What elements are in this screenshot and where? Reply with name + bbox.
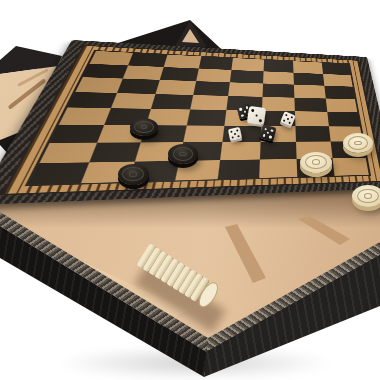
black-checker: [130, 118, 158, 136]
die-pip: [269, 136, 272, 139]
die-pip: [243, 110, 246, 113]
die-pip: [237, 135, 239, 137]
white-die: [280, 111, 296, 127]
checker-ring: [312, 159, 320, 164]
checkers-set-product-photo: { "game": "checkers", "scene": "8x8 chec…: [0, 0, 380, 380]
die-pip: [258, 118, 261, 121]
die-pip: [251, 108, 254, 111]
white-checker: [352, 185, 380, 207]
die-pip: [254, 113, 257, 116]
checker-ring: [354, 141, 361, 146]
die-pip: [240, 113, 243, 116]
die-pip: [236, 129, 238, 131]
white-checker: [300, 152, 332, 173]
black-checker: [168, 144, 198, 164]
white-die: [246, 105, 265, 124]
die-pip: [232, 136, 234, 138]
checker-ring: [364, 193, 372, 198]
die-pip: [234, 133, 236, 135]
die-pip: [262, 134, 265, 137]
white-die: [228, 127, 242, 141]
die-pip: [285, 114, 288, 117]
die-pip: [290, 116, 293, 119]
die-pip: [230, 131, 232, 133]
die-pip: [245, 106, 248, 109]
die-pip: [271, 129, 274, 132]
die-pip: [287, 118, 290, 121]
black-checker: [118, 164, 149, 185]
checker-ring: [129, 171, 136, 176]
white-checker: [343, 133, 373, 153]
die-pip: [288, 121, 291, 124]
checker-ring: [179, 152, 186, 157]
pieces-layer: [0, 0, 380, 380]
die-pip: [267, 132, 270, 135]
die-pip: [283, 119, 286, 122]
die-pip: [239, 107, 242, 110]
die-pip: [264, 127, 267, 130]
black-die: [260, 125, 277, 142]
